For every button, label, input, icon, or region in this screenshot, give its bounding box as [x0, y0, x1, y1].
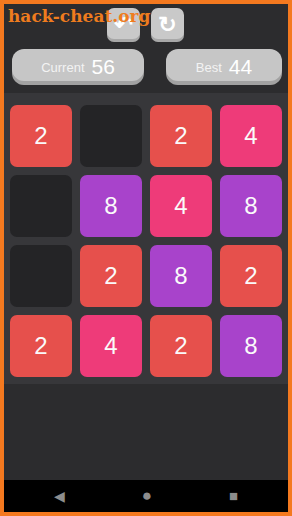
recent-apps-button[interactable]: ■ [229, 480, 238, 512]
android-navigation-bar: ◀ ● ■ [4, 480, 288, 512]
tile-r4c1: 2 [10, 315, 72, 377]
tile-r2c2: 8 [80, 175, 142, 237]
app-screen: hack-cheat.org ↶ ↻ Current 56 Best 44 2 … [0, 0, 292, 516]
tile-r4c2: 4 [80, 315, 142, 377]
tile-r4c4: 8 [220, 315, 282, 377]
tile-r2c3: 4 [150, 175, 212, 237]
tile-r1c3: 2 [150, 105, 212, 167]
tile-r3c3: 8 [150, 245, 212, 307]
tile-r4c3: 2 [150, 315, 212, 377]
home-button[interactable]: ● [142, 480, 152, 512]
tile-r3c2: 2 [80, 245, 142, 307]
tile-r1c1: 2 [10, 105, 72, 167]
watermark-text: hack-cheat.org [8, 6, 150, 26]
best-score-display: Best 44 [166, 49, 282, 85]
tile-grid[interactable]: 2 2 4 8 4 8 2 8 2 2 4 2 8 [10, 105, 282, 377]
tile-r1c4: 4 [220, 105, 282, 167]
back-button[interactable]: ◀ [54, 480, 65, 512]
redo-button[interactable]: ↻ [151, 8, 184, 42]
current-score-label: Current [41, 60, 84, 75]
current-score-display: Current 56 [12, 49, 144, 85]
tile-r2c1 [10, 175, 72, 237]
tile-r3c4: 2 [220, 245, 282, 307]
best-score-value: 44 [229, 55, 252, 79]
game-board[interactable]: 2 2 4 8 4 8 2 8 2 2 4 2 8 [4, 93, 288, 384]
tile-r2c4: 8 [220, 175, 282, 237]
tile-r1c2 [80, 105, 142, 167]
best-score-label: Best [196, 60, 222, 75]
tile-r3c1 [10, 245, 72, 307]
current-score-value: 56 [92, 55, 115, 79]
redo-icon: ↻ [158, 12, 176, 37]
